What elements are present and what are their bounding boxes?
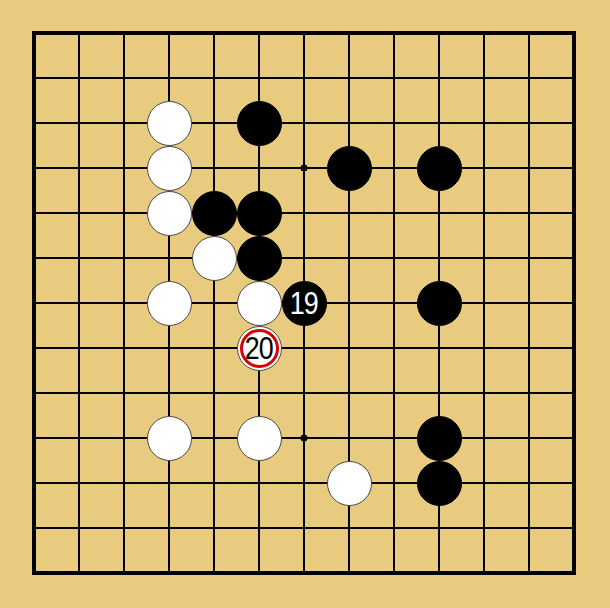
stone-black-move-19: 19: [282, 281, 327, 326]
stone-white: [192, 236, 237, 281]
move-number-label: 20: [245, 332, 273, 364]
stone-white: [147, 281, 192, 326]
stone-black: [327, 146, 372, 191]
stone-white: [147, 101, 192, 146]
go-board-diagram: 1920: [0, 0, 610, 608]
stone-black: [237, 191, 282, 236]
stone-white: [237, 416, 282, 461]
stone-white: [147, 146, 192, 191]
stone-black: [237, 236, 282, 281]
stone-black: [417, 461, 462, 506]
stone-black: [237, 101, 282, 146]
stone-white: [327, 461, 372, 506]
stone-white-move-20: 20: [237, 326, 282, 371]
stone-black: [417, 416, 462, 461]
stone-black: [417, 281, 462, 326]
stone-white: [147, 191, 192, 236]
stone-black: [192, 191, 237, 236]
go-board[interactable]: 1920: [12, 11, 597, 596]
stone-white: [147, 416, 192, 461]
stone-black: [417, 146, 462, 191]
move-number-label: 19: [290, 287, 318, 319]
stone-white: [237, 281, 282, 326]
